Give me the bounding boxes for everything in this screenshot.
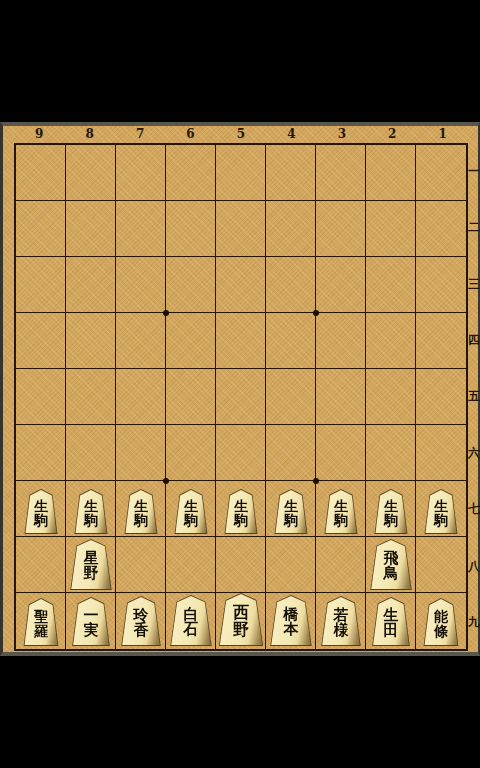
board-cell[interactable] [116,537,166,593]
file-label-5: 5 [216,126,266,142]
board-cell[interactable] [416,257,466,313]
board-cell[interactable] [416,537,466,593]
rank-label-4: 四 [468,312,480,368]
board-cell[interactable] [66,201,116,257]
board-cell[interactable] [216,257,266,313]
screen: 987654321 一二三四五六七八九 生駒生駒生駒生駒生駒生駒生駒生駒生駒星野… [0,0,480,768]
board-cell[interactable] [266,369,316,425]
board-cell[interactable] [166,425,216,481]
board-cell[interactable] [66,145,116,201]
board-cell[interactable] [216,201,266,257]
board-cell[interactable] [216,537,266,593]
board-cell[interactable] [366,145,416,201]
board-cell[interactable] [316,425,366,481]
rank-label-2: 二 [468,199,480,255]
board-cell[interactable] [16,537,66,593]
board-cell[interactable] [216,369,266,425]
board-cell[interactable] [266,257,316,313]
file-label-4: 4 [266,126,316,142]
board-cell[interactable] [166,201,216,257]
board-cell[interactable] [166,537,216,593]
file-labels: 987654321 [14,126,468,142]
board-cell[interactable] [16,369,66,425]
board-cell[interactable] [116,313,166,369]
board-cell[interactable] [116,257,166,313]
file-label-7: 7 [115,126,165,142]
board-cell[interactable] [366,369,416,425]
board-cell[interactable] [416,145,466,201]
board-cell[interactable] [366,313,416,369]
shogi-board: 987654321 一二三四五六七八九 生駒生駒生駒生駒生駒生駒生駒生駒生駒星野… [0,122,480,656]
file-label-6: 6 [165,126,215,142]
board-cell[interactable] [166,313,216,369]
board-cell[interactable] [416,201,466,257]
file-label-9: 9 [14,126,64,142]
board-cell[interactable] [16,425,66,481]
board-cell[interactable] [266,145,316,201]
board-cell[interactable] [166,257,216,313]
file-label-2: 2 [367,126,417,142]
star-point [313,310,319,316]
board-cell[interactable] [366,257,416,313]
board-cell[interactable] [316,145,366,201]
board-cell[interactable] [416,369,466,425]
board-cell[interactable] [66,369,116,425]
board-cell[interactable] [66,257,116,313]
board-cell[interactable] [266,537,316,593]
board-cell[interactable] [366,425,416,481]
board-cell[interactable] [266,425,316,481]
board-cell[interactable] [316,313,366,369]
star-point [163,478,169,484]
board-cell[interactable] [316,257,366,313]
board-cell[interactable] [416,313,466,369]
board-cell[interactable] [316,201,366,257]
rank-label-1: 一 [468,143,480,199]
board-cell[interactable] [216,145,266,201]
board-cell[interactable] [66,313,116,369]
rank-label-3: 三 [468,256,480,312]
star-point [313,478,319,484]
file-label-8: 8 [64,126,114,142]
rank-label-5: 五 [468,369,480,425]
rank-label-7: 七 [468,482,480,538]
board-cell[interactable] [166,145,216,201]
board-cell[interactable] [66,425,116,481]
board-cell[interactable] [116,369,166,425]
board-cell[interactable] [316,537,366,593]
board-cell[interactable] [116,201,166,257]
board-cell[interactable] [16,257,66,313]
rank-label-8: 八 [468,538,480,594]
board-cell[interactable] [116,425,166,481]
board-cell[interactable] [266,313,316,369]
board-cell[interactable] [416,425,466,481]
board-cell[interactable] [166,369,216,425]
board-cell[interactable] [216,313,266,369]
file-label-1: 1 [418,126,468,142]
board-cell[interactable] [16,201,66,257]
board-cell[interactable] [16,145,66,201]
board-cell[interactable] [16,313,66,369]
rank-label-6: 六 [468,425,480,481]
file-label-3: 3 [317,126,367,142]
rank-labels: 一二三四五六七八九 [468,143,480,651]
board-cell[interactable] [116,145,166,201]
board-cell[interactable] [366,201,416,257]
board-cell[interactable] [316,369,366,425]
rank-label-9: 九 [468,595,480,651]
board-cell[interactable] [266,201,316,257]
star-point [163,310,169,316]
board-cell[interactable] [216,425,266,481]
